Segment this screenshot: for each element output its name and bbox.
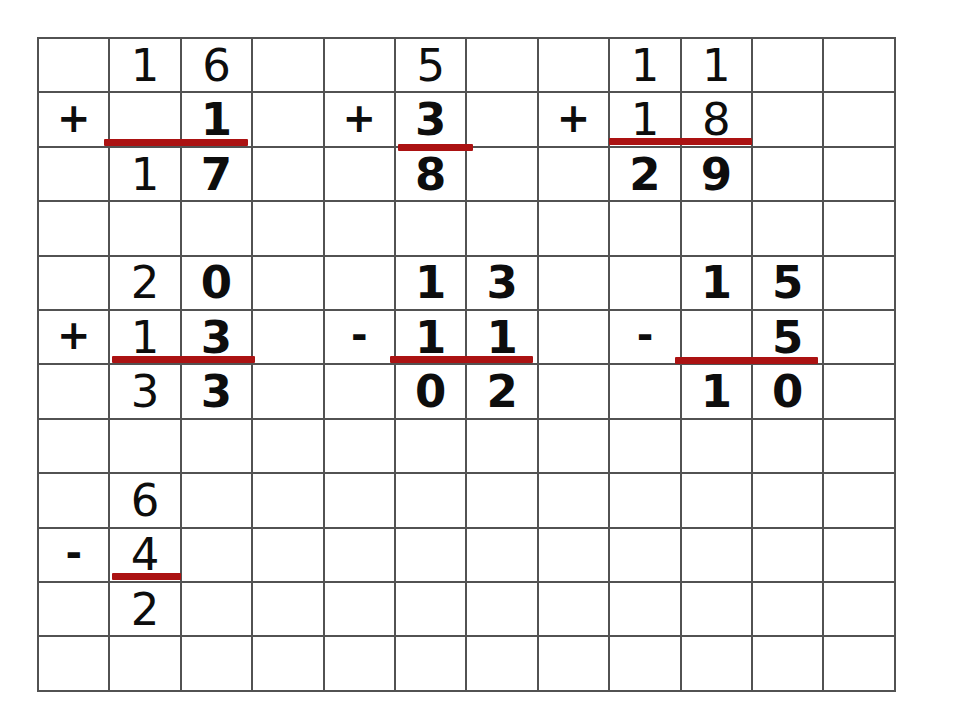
empty-cell-r4c5 — [325, 202, 396, 256]
empty-cell-r4c4 — [253, 202, 324, 256]
empty-cell-r4c2 — [110, 202, 181, 256]
empty-cell-r11c9 — [610, 583, 681, 637]
empty-cell-r8c3 — [182, 420, 253, 474]
empty-cell-r10c10 — [682, 529, 753, 583]
digit-cell-r7c2: 3 — [110, 365, 181, 419]
operator-cell-r10c1: - — [39, 529, 110, 583]
empty-cell-r11c12 — [824, 583, 895, 637]
empty-cell-r12c5 — [325, 637, 396, 691]
empty-cell-r2c4 — [253, 93, 324, 147]
digit-cell-r1c2: 1 — [110, 39, 181, 93]
empty-cell-r11c7 — [467, 583, 538, 637]
empty-cell-r8c10 — [682, 420, 753, 474]
digit-cell-r1c9: 1 — [610, 39, 681, 93]
empty-cell-r9c1 — [39, 474, 110, 528]
digit-cell-r3c3: 7 — [182, 148, 253, 202]
empty-cell-r11c10 — [682, 583, 753, 637]
empty-cell-r4c3 — [182, 202, 253, 256]
answer-underline-1 — [104, 139, 248, 146]
empty-cell-r5c1 — [39, 257, 110, 311]
empty-cell-r1c5 — [325, 39, 396, 93]
empty-cell-r3c11 — [753, 148, 824, 202]
operator-cell-r6c1: + — [39, 311, 110, 365]
empty-cell-r4c9 — [610, 202, 681, 256]
empty-cell-r9c6 — [396, 474, 467, 528]
operator-cell-r2c1: + — [39, 93, 110, 147]
digit-cell-r5c6: 1 — [396, 257, 467, 311]
empty-cell-r8c2 — [110, 420, 181, 474]
digit-cell-r9c2: 6 — [110, 474, 181, 528]
empty-cell-r6c4 — [253, 311, 324, 365]
empty-cell-r8c5 — [325, 420, 396, 474]
empty-cell-r4c12 — [824, 202, 895, 256]
empty-cell-r7c1 — [39, 365, 110, 419]
answer-underline-3 — [609, 138, 752, 145]
empty-cell-r5c9 — [610, 257, 681, 311]
empty-cell-r8c9 — [610, 420, 681, 474]
empty-cell-r10c6 — [396, 529, 467, 583]
empty-cell-r4c6 — [396, 202, 467, 256]
digit-cell-r5c10: 1 — [682, 257, 753, 311]
empty-cell-r9c8 — [539, 474, 610, 528]
empty-cell-r11c11 — [753, 583, 824, 637]
empty-cell-r9c7 — [467, 474, 538, 528]
empty-cell-r5c5 — [325, 257, 396, 311]
answer-underline-7 — [112, 573, 180, 580]
empty-cell-r11c1 — [39, 583, 110, 637]
empty-cell-r10c5 — [325, 529, 396, 583]
worksheet-page: 16511+1+3+1817829201315+13-11-53302106-4… — [0, 0, 960, 720]
answer-underline-2 — [398, 144, 472, 151]
empty-cell-r1c11 — [753, 39, 824, 93]
empty-cell-r9c11 — [753, 474, 824, 528]
empty-cell-r7c12 — [824, 365, 895, 419]
empty-cell-r2c11 — [753, 93, 824, 147]
empty-cell-r8c6 — [396, 420, 467, 474]
empty-cell-r7c8 — [539, 365, 610, 419]
empty-cell-r10c3 — [182, 529, 253, 583]
digit-cell-r1c10: 1 — [682, 39, 753, 93]
empty-cell-r8c8 — [539, 420, 610, 474]
operator-cell-r6c9: - — [610, 311, 681, 365]
empty-cell-r3c7 — [467, 148, 538, 202]
digit-cell-r3c6: 8 — [396, 148, 467, 202]
empty-cell-r12c7 — [467, 637, 538, 691]
empty-cell-r3c1 — [39, 148, 110, 202]
empty-cell-r4c10 — [682, 202, 753, 256]
digit-cell-r7c10: 1 — [682, 365, 753, 419]
empty-cell-r12c3 — [182, 637, 253, 691]
empty-cell-r1c8 — [539, 39, 610, 93]
digit-cell-r5c7: 3 — [467, 257, 538, 311]
empty-cell-r11c5 — [325, 583, 396, 637]
empty-cell-r7c5 — [325, 365, 396, 419]
empty-cell-r6c12 — [824, 311, 895, 365]
digit-cell-r7c11: 0 — [753, 365, 824, 419]
operator-cell-r2c8: + — [539, 93, 610, 147]
digit-cell-r3c10: 9 — [682, 148, 753, 202]
empty-cell-r4c11 — [753, 202, 824, 256]
empty-cell-r11c6 — [396, 583, 467, 637]
empty-cell-r10c12 — [824, 529, 895, 583]
empty-cell-r9c9 — [610, 474, 681, 528]
empty-cell-r12c1 — [39, 637, 110, 691]
empty-cell-r4c8 — [539, 202, 610, 256]
empty-cell-r12c2 — [110, 637, 181, 691]
answer-underline-6 — [675, 357, 818, 364]
empty-cell-r2c12 — [824, 93, 895, 147]
empty-cell-r12c8 — [539, 637, 610, 691]
empty-cell-r11c4 — [253, 583, 324, 637]
empty-cell-r10c11 — [753, 529, 824, 583]
empty-cell-r8c4 — [253, 420, 324, 474]
empty-cell-r9c10 — [682, 474, 753, 528]
operator-cell-r6c5: - — [325, 311, 396, 365]
answer-underline-5 — [390, 356, 533, 363]
empty-cell-r6c8 — [539, 311, 610, 365]
empty-cell-r1c7 — [467, 39, 538, 93]
empty-cell-r10c8 — [539, 529, 610, 583]
empty-cell-r12c4 — [253, 637, 324, 691]
empty-cell-r3c4 — [253, 148, 324, 202]
empty-cell-r1c4 — [253, 39, 324, 93]
empty-cell-r11c3 — [182, 583, 253, 637]
empty-cell-r8c12 — [824, 420, 895, 474]
digit-cell-r5c2: 2 — [110, 257, 181, 311]
empty-cell-r10c4 — [253, 529, 324, 583]
empty-cell-r8c1 — [39, 420, 110, 474]
empty-cell-r10c9 — [610, 529, 681, 583]
empty-cell-r5c8 — [539, 257, 610, 311]
digit-cell-r7c7: 2 — [467, 365, 538, 419]
digit-cell-r1c3: 6 — [182, 39, 253, 93]
empty-cell-r9c3 — [182, 474, 253, 528]
empty-cell-r9c12 — [824, 474, 895, 528]
empty-cell-r1c12 — [824, 39, 895, 93]
empty-cell-r12c10 — [682, 637, 753, 691]
answer-underline-4 — [112, 356, 255, 363]
empty-cell-r7c4 — [253, 365, 324, 419]
empty-cell-r3c8 — [539, 148, 610, 202]
digit-cell-r5c3: 0 — [182, 257, 253, 311]
digit-cell-r7c6: 0 — [396, 365, 467, 419]
empty-cell-r3c12 — [824, 148, 895, 202]
empty-cell-r4c1 — [39, 202, 110, 256]
digit-cell-r5c11: 5 — [753, 257, 824, 311]
worksheet-grid: 16511+1+3+1817829201315+13-11-53302106-4… — [37, 37, 896, 692]
empty-cell-r11c8 — [539, 583, 610, 637]
empty-cell-r9c5 — [325, 474, 396, 528]
empty-cell-r10c7 — [467, 529, 538, 583]
empty-cell-r2c7 — [467, 93, 538, 147]
empty-cell-r5c4 — [253, 257, 324, 311]
empty-cell-r8c11 — [753, 420, 824, 474]
digit-cell-r3c2: 1 — [110, 148, 181, 202]
digit-cell-r2c6: 3 — [396, 93, 467, 147]
empty-cell-r1c1 — [39, 39, 110, 93]
empty-cell-r4c7 — [467, 202, 538, 256]
digit-cell-r3c9: 2 — [610, 148, 681, 202]
digit-cell-r11c2: 2 — [110, 583, 181, 637]
empty-cell-r7c9 — [610, 365, 681, 419]
empty-cell-r12c11 — [753, 637, 824, 691]
empty-cell-r12c9 — [610, 637, 681, 691]
empty-cell-r3c5 — [325, 148, 396, 202]
empty-cell-r12c12 — [824, 637, 895, 691]
operator-cell-r2c5: + — [325, 93, 396, 147]
empty-cell-r12c6 — [396, 637, 467, 691]
digit-cell-r7c3: 3 — [182, 365, 253, 419]
empty-cell-r5c12 — [824, 257, 895, 311]
empty-cell-r9c4 — [253, 474, 324, 528]
empty-cell-r8c7 — [467, 420, 538, 474]
digit-cell-r1c6: 5 — [396, 39, 467, 93]
